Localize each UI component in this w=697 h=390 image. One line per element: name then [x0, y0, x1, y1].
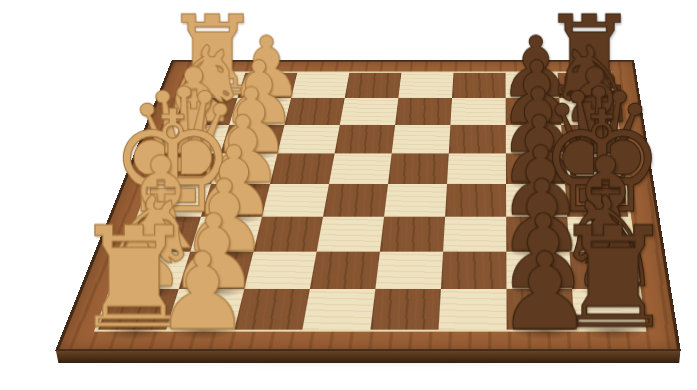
square-b4[interactable]: [340, 98, 399, 125]
white-pawn-h2[interactable]: ♟: [121, 248, 283, 336]
chess-board: ♜♞♝♛♚♝♞♜♟♟♟♟♟♟♟♟♟♟♟♟♟♟♟♟♜♞♝♛♚♝♞♜: [55, 60, 681, 351]
square-f5[interactable]: [380, 217, 445, 252]
square-g5[interactable]: [375, 252, 443, 290]
square-h4[interactable]: [302, 289, 375, 329]
square-e5[interactable]: [384, 184, 447, 217]
square-h5[interactable]: [370, 289, 440, 329]
square-a5[interactable]: [398, 73, 453, 98]
square-f4[interactable]: [317, 217, 384, 252]
chess-set-photo: ♜♞♝♛♚♝♞♜♟♟♟♟♟♟♟♟♟♟♟♟♟♟♟♟♜♞♝♛♚♝♞♜: [0, 0, 697, 390]
square-g4[interactable]: [310, 252, 380, 290]
square-d4[interactable]: [329, 153, 392, 184]
square-c5[interactable]: [392, 125, 451, 154]
board-front-edge: [56, 349, 681, 363]
square-e4[interactable]: [323, 184, 388, 217]
black-pawn-h7[interactable]: ♟: [463, 248, 625, 336]
square-b5[interactable]: [395, 98, 452, 125]
square-c4[interactable]: [335, 125, 396, 154]
square-d5[interactable]: [388, 153, 449, 184]
square-a4[interactable]: [345, 73, 402, 98]
